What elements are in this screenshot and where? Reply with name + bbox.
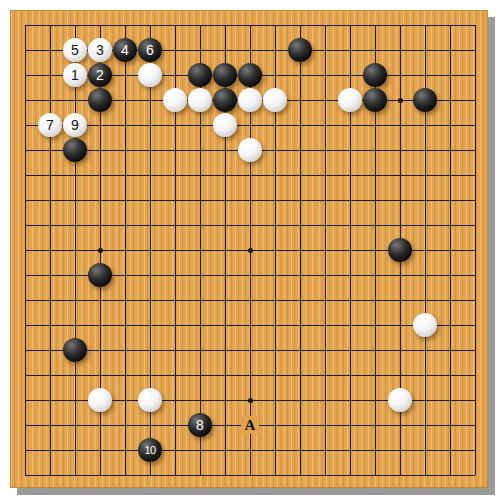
white-stone[interactable] xyxy=(238,88,262,112)
black-stone[interactable] xyxy=(413,88,437,112)
star-point xyxy=(248,398,253,403)
white-stone-move-9[interactable]: 9 xyxy=(63,113,87,137)
white-stone-move-5[interactable]: 5 xyxy=(63,38,87,62)
black-stone[interactable] xyxy=(363,63,387,87)
star-point xyxy=(248,248,253,253)
white-stone-move-3[interactable]: 3 xyxy=(88,38,112,62)
black-stone-move-2[interactable]: 2 xyxy=(88,63,112,87)
white-stone-move-7[interactable]: 7 xyxy=(38,113,62,137)
move-number: 7 xyxy=(46,118,54,132)
point-label-A[interactable]: A xyxy=(241,416,259,434)
white-stone[interactable] xyxy=(338,88,362,112)
white-stone[interactable] xyxy=(138,63,162,87)
move-number: 4 xyxy=(121,43,129,57)
move-number: 10 xyxy=(144,445,155,456)
white-stone[interactable] xyxy=(188,88,212,112)
black-stone-move-10[interactable]: 10 xyxy=(138,438,162,462)
white-stone[interactable] xyxy=(413,313,437,337)
black-stone[interactable] xyxy=(88,88,112,112)
black-stone[interactable] xyxy=(213,63,237,87)
white-stone[interactable] xyxy=(388,388,412,412)
black-stone[interactable] xyxy=(238,63,262,87)
move-number: 6 xyxy=(146,43,154,57)
black-stone[interactable] xyxy=(188,63,212,87)
black-stone[interactable] xyxy=(388,238,412,262)
black-stone[interactable] xyxy=(63,138,87,162)
white-stone[interactable] xyxy=(213,113,237,137)
black-stone[interactable] xyxy=(288,38,312,62)
black-stone[interactable] xyxy=(88,263,112,287)
go-diagram-screenshot: A53461279810 xyxy=(0,0,500,500)
white-stone[interactable] xyxy=(138,388,162,412)
black-stone[interactable] xyxy=(213,88,237,112)
black-stone[interactable] xyxy=(363,88,387,112)
black-stone-move-8[interactable]: 8 xyxy=(188,413,212,437)
white-stone[interactable] xyxy=(88,388,112,412)
go-board[interactable]: A53461279810 xyxy=(10,10,488,488)
star-point xyxy=(398,98,403,103)
star-point xyxy=(98,248,103,253)
move-number: 2 xyxy=(96,68,104,82)
white-stone[interactable] xyxy=(238,138,262,162)
white-stone[interactable] xyxy=(163,88,187,112)
white-stone-move-1[interactable]: 1 xyxy=(63,63,87,87)
black-stone-move-6[interactable]: 6 xyxy=(138,38,162,62)
move-number: 5 xyxy=(71,43,79,57)
black-stone[interactable] xyxy=(63,338,87,362)
white-stone[interactable] xyxy=(263,88,287,112)
move-number: 3 xyxy=(96,43,104,57)
move-number: 8 xyxy=(196,418,204,432)
move-number: 1 xyxy=(71,68,79,82)
move-number: 9 xyxy=(71,118,79,132)
black-stone-move-4[interactable]: 4 xyxy=(113,38,137,62)
